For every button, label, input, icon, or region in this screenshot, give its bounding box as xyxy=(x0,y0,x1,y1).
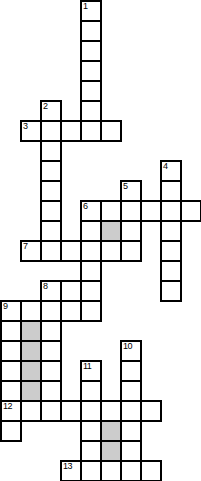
cell-r14-c3[interactable] xyxy=(60,280,82,302)
cell-r16-c0[interactable] xyxy=(0,320,22,342)
cell-r12-c8[interactable] xyxy=(160,240,182,262)
cell-r15-c1[interactable] xyxy=(20,300,42,322)
cell-r10-c8[interactable] xyxy=(160,200,182,222)
cell-r22-c5-shaded[interactable] xyxy=(100,440,122,462)
clue-number-4: 4 xyxy=(163,162,168,171)
clue-number-8: 8 xyxy=(43,282,48,291)
cell-r21-c0[interactable] xyxy=(0,420,22,442)
cell-r2-c4[interactable] xyxy=(80,40,102,62)
cell-r12-c2[interactable] xyxy=(40,240,62,262)
cell-r3-c4[interactable] xyxy=(80,60,102,82)
crossword-board: 12345678910111213 xyxy=(0,0,201,481)
cell-r23-c5[interactable] xyxy=(100,460,122,481)
cell-r18-c6[interactable] xyxy=(120,360,142,382)
cell-r19-c2[interactable] xyxy=(40,380,62,402)
cell-r13-c4[interactable] xyxy=(80,260,102,282)
cell-r5-c4[interactable] xyxy=(80,100,102,122)
cell-r20-c4[interactable] xyxy=(80,400,102,422)
cell-r15-c3[interactable] xyxy=(60,300,82,322)
cell-r0-c4[interactable]: 1 xyxy=(80,0,102,22)
cell-r5-c2[interactable]: 2 xyxy=(40,100,62,122)
cell-r11-c5-shaded[interactable] xyxy=(100,220,122,242)
cell-r21-c5-shaded[interactable] xyxy=(100,420,122,442)
cell-r6-c4[interactable] xyxy=(80,120,102,142)
cell-r12-c4[interactable] xyxy=(80,240,102,262)
cell-r10-c9[interactable] xyxy=(180,200,201,222)
cell-r16-c2[interactable] xyxy=(40,320,62,342)
cell-r6-c5[interactable] xyxy=(100,120,122,142)
cell-r10-c5[interactable] xyxy=(100,200,122,222)
cell-r8-c2[interactable] xyxy=(40,160,62,182)
cell-r20-c3[interactable] xyxy=(60,400,82,422)
cell-r10-c6[interactable] xyxy=(120,200,142,222)
cell-r15-c4[interactable] xyxy=(80,300,102,322)
cell-r11-c6[interactable] xyxy=(120,220,142,242)
clue-number-9: 9 xyxy=(3,302,8,311)
cell-r8-c8[interactable]: 4 xyxy=(160,160,182,182)
cell-r21-c4[interactable] xyxy=(80,420,102,442)
cell-r10-c7[interactable] xyxy=(140,200,162,222)
cell-r12-c3[interactable] xyxy=(60,240,82,262)
cell-r23-c4[interactable] xyxy=(80,460,102,481)
cell-r7-c2[interactable] xyxy=(40,140,62,162)
cell-r19-c4[interactable] xyxy=(80,380,102,402)
cell-r20-c1[interactable] xyxy=(20,400,42,422)
cell-r22-c4[interactable] xyxy=(80,440,102,462)
cell-r11-c2[interactable] xyxy=(40,220,62,242)
cell-r14-c4[interactable] xyxy=(80,280,102,302)
cell-r20-c2[interactable] xyxy=(40,400,62,422)
cell-r14-c8[interactable] xyxy=(160,280,182,302)
cell-r17-c0[interactable] xyxy=(0,340,22,362)
cell-r9-c6[interactable]: 5 xyxy=(120,180,142,202)
clue-number-1: 1 xyxy=(83,2,88,11)
cell-r6-c2[interactable] xyxy=(40,120,62,142)
clue-number-13: 13 xyxy=(63,462,72,471)
clue-number-7: 7 xyxy=(23,242,28,251)
clue-number-12: 12 xyxy=(3,402,12,411)
cell-r10-c2[interactable] xyxy=(40,200,62,222)
clue-number-5: 5 xyxy=(123,182,128,191)
cell-r21-c6[interactable] xyxy=(120,420,142,442)
cell-r18-c4[interactable]: 11 xyxy=(80,360,102,382)
cell-r4-c4[interactable] xyxy=(80,80,102,102)
clue-number-2: 2 xyxy=(43,102,48,111)
cell-r10-c4[interactable]: 6 xyxy=(80,200,102,222)
clue-number-11: 11 xyxy=(83,362,91,371)
cell-r15-c2[interactable] xyxy=(40,300,62,322)
cell-r12-c1[interactable]: 7 xyxy=(20,240,42,262)
cell-r20-c7[interactable] xyxy=(140,400,162,422)
cell-r13-c8[interactable] xyxy=(160,260,182,282)
cell-r17-c1-shaded[interactable] xyxy=(20,340,42,362)
cell-r23-c6[interactable] xyxy=(120,460,142,481)
cell-r22-c6[interactable] xyxy=(120,440,142,462)
cell-r17-c6[interactable]: 10 xyxy=(120,340,142,362)
cell-r19-c1-shaded[interactable] xyxy=(20,380,42,402)
cell-r18-c0[interactable] xyxy=(0,360,22,382)
cell-r6-c3[interactable] xyxy=(60,120,82,142)
cell-r6-c1[interactable]: 3 xyxy=(20,120,42,142)
cell-r11-c4[interactable] xyxy=(80,220,102,242)
cell-r18-c1-shaded[interactable] xyxy=(20,360,42,382)
cell-r20-c5[interactable] xyxy=(100,400,122,422)
cell-r14-c2[interactable]: 8 xyxy=(40,280,62,302)
cell-r9-c2[interactable] xyxy=(40,180,62,202)
cell-r23-c3[interactable]: 13 xyxy=(60,460,82,481)
cell-r15-c0[interactable]: 9 xyxy=(0,300,22,322)
cell-r11-c8[interactable] xyxy=(160,220,182,242)
cell-r20-c6[interactable] xyxy=(120,400,142,422)
cell-r23-c7[interactable] xyxy=(140,460,162,481)
cell-r18-c2[interactable] xyxy=(40,360,62,382)
clue-number-10: 10 xyxy=(123,342,132,351)
clue-number-3: 3 xyxy=(23,122,28,131)
cell-r19-c6[interactable] xyxy=(120,380,142,402)
cell-r20-c0[interactable]: 12 xyxy=(0,400,22,422)
cell-r9-c8[interactable] xyxy=(160,180,182,202)
cell-r12-c6[interactable] xyxy=(120,240,142,262)
cell-r16-c1-shaded[interactable] xyxy=(20,320,42,342)
cell-r1-c4[interactable] xyxy=(80,20,102,42)
cell-r19-c0[interactable] xyxy=(0,380,22,402)
clue-number-6: 6 xyxy=(83,202,88,211)
cell-r12-c5[interactable] xyxy=(100,240,122,262)
cell-r17-c2[interactable] xyxy=(40,340,62,362)
